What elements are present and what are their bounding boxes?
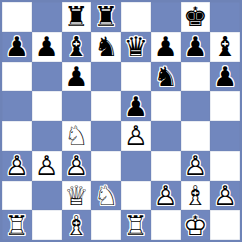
square-d7[interactable]: ♞♞ — [91, 32, 121, 62]
square-e7[interactable]: ♛♛ — [121, 32, 151, 62]
square-d2[interactable]: ♞♘ — [91, 181, 121, 211]
piece-outline-layer: ♟ — [181, 32, 211, 62]
piece-outline-layer: ♛ — [121, 32, 151, 62]
piece-outline-layer: ♘ — [62, 121, 92, 151]
square-h6[interactable]: ♟♟ — [210, 62, 240, 92]
square-e5[interactable]: ♟♟ — [121, 91, 151, 121]
piece-white-rook: ♜♖ — [2, 210, 32, 240]
piece-white-bishop: ♝♗ — [62, 210, 92, 240]
piece-outline-layer: ♕ — [62, 181, 92, 211]
square-h7[interactable]: ♝♝ — [210, 32, 240, 62]
square-c4[interactable]: ♞♘ — [62, 121, 92, 151]
square-a8[interactable] — [2, 2, 32, 32]
square-c7[interactable]: ♝♝ — [62, 32, 92, 62]
square-a1[interactable]: ♜♖ — [2, 210, 32, 240]
piece-outline-layer: ♞ — [151, 62, 181, 92]
piece-outline-layer: ♙ — [210, 181, 240, 211]
piece-outline-layer: ♖ — [2, 210, 32, 240]
piece-white-pawn: ♟♙ — [32, 151, 62, 181]
piece-black-rook: ♜♜ — [62, 2, 92, 32]
square-a5[interactable] — [2, 91, 32, 121]
square-b1[interactable] — [32, 210, 62, 240]
piece-outline-layer: ♟ — [32, 32, 62, 62]
square-e1[interactable]: ♜♖ — [121, 210, 151, 240]
square-f5[interactable] — [151, 91, 181, 121]
square-d1[interactable] — [91, 210, 121, 240]
square-e3[interactable] — [121, 151, 151, 181]
square-b7[interactable]: ♟♟ — [32, 32, 62, 62]
square-e2[interactable] — [121, 181, 151, 211]
square-a4[interactable] — [2, 121, 32, 151]
square-g5[interactable] — [181, 91, 211, 121]
piece-white-knight: ♞♘ — [62, 121, 92, 151]
piece-outline-layer: ♜ — [62, 2, 92, 32]
square-c6[interactable]: ♟♟ — [62, 62, 92, 92]
square-g8[interactable]: ♚♚ — [181, 2, 211, 32]
square-b8[interactable] — [32, 2, 62, 32]
square-g2[interactable]: ♝♗ — [181, 181, 211, 211]
square-f8[interactable] — [151, 2, 181, 32]
square-f6[interactable]: ♞♞ — [151, 62, 181, 92]
square-d8[interactable]: ♜♜ — [91, 2, 121, 32]
square-b6[interactable] — [32, 62, 62, 92]
piece-outline-layer: ♞ — [91, 32, 121, 62]
piece-black-bishop: ♝♝ — [62, 32, 92, 62]
piece-black-pawn: ♟♟ — [121, 91, 151, 121]
piece-outline-layer: ♙ — [151, 181, 181, 211]
square-h2[interactable]: ♟♙ — [210, 181, 240, 211]
piece-white-rook: ♜♖ — [121, 210, 151, 240]
piece-outline-layer: ♙ — [32, 151, 62, 181]
square-h3[interactable] — [210, 151, 240, 181]
piece-white-queen: ♛♕ — [62, 181, 92, 211]
piece-outline-layer: ♙ — [62, 151, 92, 181]
piece-outline-layer: ♗ — [62, 210, 92, 240]
piece-outline-layer: ♖ — [121, 210, 151, 240]
square-e8[interactable] — [121, 2, 151, 32]
piece-white-knight: ♞♘ — [91, 181, 121, 211]
piece-black-king: ♚♚ — [181, 2, 211, 32]
square-f1[interactable] — [151, 210, 181, 240]
piece-white-king: ♚♔ — [181, 210, 211, 240]
piece-outline-layer: ♝ — [210, 32, 240, 62]
square-g1[interactable]: ♚♔ — [181, 210, 211, 240]
piece-black-knight: ♞♞ — [151, 62, 181, 92]
piece-outline-layer: ♜ — [91, 2, 121, 32]
square-d5[interactable] — [91, 91, 121, 121]
piece-white-pawn: ♟♙ — [210, 181, 240, 211]
square-c2[interactable]: ♛♕ — [62, 181, 92, 211]
square-g6[interactable] — [181, 62, 211, 92]
piece-white-pawn: ♟♙ — [2, 151, 32, 181]
piece-white-pawn: ♟♙ — [181, 151, 211, 181]
piece-outline-layer: ♚ — [181, 2, 211, 32]
piece-outline-layer: ♟ — [62, 62, 92, 92]
square-f4[interactable] — [151, 121, 181, 151]
piece-white-pawn: ♟♙ — [121, 121, 151, 151]
piece-white-pawn: ♟♙ — [62, 151, 92, 181]
square-b4[interactable] — [32, 121, 62, 151]
piece-black-pawn: ♟♟ — [32, 32, 62, 62]
square-b2[interactable] — [32, 181, 62, 211]
piece-black-queen: ♛♛ — [121, 32, 151, 62]
square-h5[interactable] — [210, 91, 240, 121]
square-e6[interactable] — [121, 62, 151, 92]
piece-outline-layer: ♟ — [2, 32, 32, 62]
piece-black-knight: ♞♞ — [91, 32, 121, 62]
piece-black-pawn: ♟♟ — [181, 32, 211, 62]
piece-outline-layer: ♘ — [91, 181, 121, 211]
square-g7[interactable]: ♟♟ — [181, 32, 211, 62]
piece-black-pawn: ♟♟ — [210, 62, 240, 92]
square-d6[interactable] — [91, 62, 121, 92]
square-g3[interactable]: ♟♙ — [181, 151, 211, 181]
square-d3[interactable] — [91, 151, 121, 181]
square-f7[interactable]: ♟♟ — [151, 32, 181, 62]
piece-black-rook: ♜♜ — [91, 2, 121, 32]
square-a6[interactable] — [2, 62, 32, 92]
square-b3[interactable]: ♟♙ — [32, 151, 62, 181]
piece-outline-layer: ♝ — [62, 32, 92, 62]
piece-outline-layer: ♟ — [151, 32, 181, 62]
square-b5[interactable] — [32, 91, 62, 121]
square-h4[interactable] — [210, 121, 240, 151]
square-c1[interactable]: ♝♗ — [62, 210, 92, 240]
piece-outline-layer: ♔ — [181, 210, 211, 240]
piece-outline-layer: ♙ — [2, 151, 32, 181]
square-d4[interactable] — [91, 121, 121, 151]
square-e4[interactable]: ♟♙ — [121, 121, 151, 151]
piece-black-pawn: ♟♟ — [151, 32, 181, 62]
square-c3[interactable]: ♟♙ — [62, 151, 92, 181]
piece-outline-layer: ♙ — [121, 121, 151, 151]
square-a2[interactable] — [2, 181, 32, 211]
square-a7[interactable]: ♟♟ — [2, 32, 32, 62]
piece-outline-layer: ♟ — [210, 62, 240, 92]
square-c5[interactable] — [62, 91, 92, 121]
square-f3[interactable] — [151, 151, 181, 181]
square-h1[interactable] — [210, 210, 240, 240]
piece-white-bishop: ♝♗ — [181, 181, 211, 211]
square-a3[interactable]: ♟♙ — [2, 151, 32, 181]
piece-outline-layer: ♟ — [121, 91, 151, 121]
piece-black-pawn: ♟♟ — [62, 62, 92, 92]
piece-outline-layer: ♗ — [181, 181, 211, 211]
piece-black-pawn: ♟♟ — [2, 32, 32, 62]
square-c8[interactable]: ♜♜ — [62, 2, 92, 32]
piece-white-pawn: ♟♙ — [151, 181, 181, 211]
chess-board: ♜♜♜♜♚♚♟♟♟♟♝♝♞♞♛♛♟♟♟♟♝♝♟♟♞♞♟♟♟♟♞♘♟♙♟♙♟♙♟♙… — [0, 0, 242, 242]
square-f2[interactable]: ♟♙ — [151, 181, 181, 211]
piece-black-bishop: ♝♝ — [210, 32, 240, 62]
piece-outline-layer: ♙ — [181, 151, 211, 181]
square-h8[interactable] — [210, 2, 240, 32]
square-g4[interactable] — [181, 121, 211, 151]
